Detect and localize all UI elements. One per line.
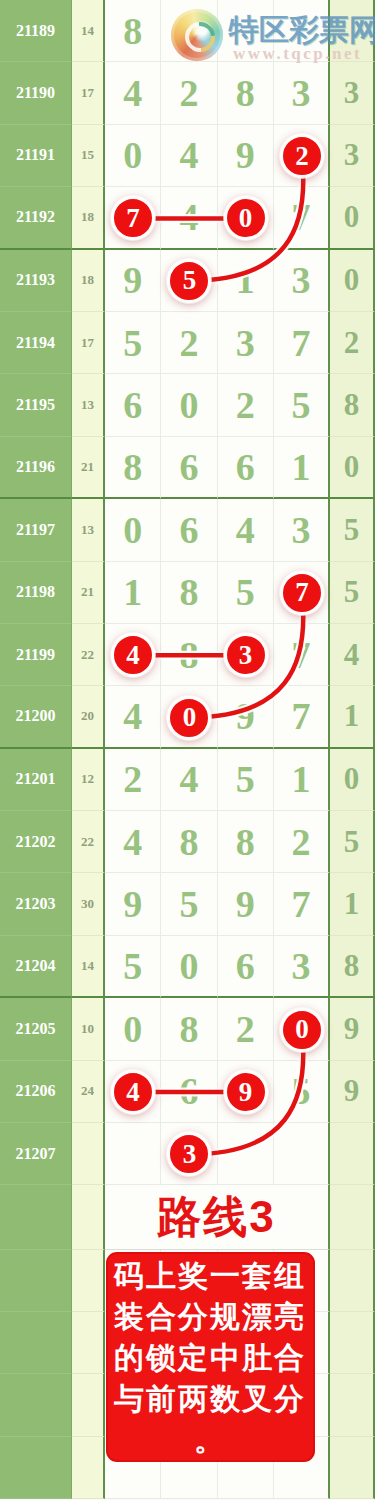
tail-cell: 9 [330, 998, 375, 1060]
digit-cell: 7 [274, 873, 330, 935]
count-cell: 13 [72, 374, 105, 436]
count-cell: 17 [72, 312, 105, 374]
tail-cell: 9 [330, 1061, 375, 1123]
digit-cell: 8 [161, 624, 217, 686]
issue-cell: 21196 [0, 437, 72, 499]
digit-cell: 1 [105, 562, 161, 624]
digit-cell: 2 [218, 374, 274, 436]
digit-cell: 4 [161, 749, 217, 811]
digit-cell: 4 [105, 62, 161, 124]
digit-cell: 8 [105, 0, 161, 62]
digit-cell: 2 [161, 312, 217, 374]
count-cell: 21 [72, 437, 105, 499]
digit-cell: 2 [218, 998, 274, 1060]
digit-cell: 6 [161, 1061, 217, 1123]
circle-marker: 4 [111, 633, 155, 677]
digit-cell: 3 [218, 312, 274, 374]
tail-cell: 0 [330, 250, 375, 312]
circle-marker: 2 [280, 134, 324, 178]
digit-cell: 9 [218, 686, 274, 748]
digit-cell [274, 0, 330, 62]
note-box: 码上奖一套组 装合分规漂亮 的锁定中肚合 与前两数叉分 。 [106, 1252, 315, 1462]
digit-cell: 3 [274, 936, 330, 998]
digit-cell: 0 [105, 125, 161, 187]
digit-cell: 6 [105, 374, 161, 436]
digit-cell: 5 [218, 562, 274, 624]
digit-cell: 5 [105, 936, 161, 998]
digit-cell: 8 [218, 62, 274, 124]
digit-cell: 4 [161, 187, 217, 249]
count-cell: 20 [72, 686, 105, 748]
count-cell: 12 [72, 749, 105, 811]
circle-marker: 3 [224, 633, 268, 677]
issue-cell: 21204 [0, 936, 72, 998]
count-cell: 17 [72, 62, 105, 124]
tail-cell [330, 1123, 375, 1185]
digit-cell: 5 [274, 1061, 330, 1123]
digit-cell: 3 [274, 250, 330, 312]
note-line: 。 [194, 1419, 226, 1460]
digit-cell: 0 [161, 936, 217, 998]
digit-cell: 9 [105, 873, 161, 935]
lottery-trend-chart: 2118914821190174283321191150492321192187… [0, 0, 375, 1500]
issue-cell [0, 1374, 72, 1436]
tail-cell [330, 1312, 375, 1374]
tail-cell: 8 [330, 936, 375, 998]
note-line: 装合分规漂亮 [114, 1296, 306, 1337]
digit-cell: 6 [161, 499, 217, 561]
digit-cell: 0 [161, 374, 217, 436]
issue-cell [0, 1437, 72, 1499]
tail-cell [330, 1437, 375, 1499]
issue-cell: 21192 [0, 187, 72, 249]
circle-marker: 9 [224, 1070, 268, 1114]
digit-cell: 6 [218, 437, 274, 499]
issue-cell: 21206 [0, 1061, 72, 1123]
issue-cell: 21193 [0, 250, 72, 312]
digit-cell: 2 [161, 62, 217, 124]
issue-cell: 21190 [0, 62, 72, 124]
issue-cell: 21189 [0, 0, 72, 62]
count-cell: 18 [72, 250, 105, 312]
note-line: 与前两数叉分 [114, 1378, 306, 1419]
count-cell: 10 [72, 998, 105, 1060]
digit-cell: 5 [274, 374, 330, 436]
note-line: 码上奖一套组 [114, 1255, 306, 1296]
circle-marker: 5 [167, 259, 211, 303]
tail-cell: 4 [330, 624, 375, 686]
digit-cell: 9 [218, 125, 274, 187]
issue-cell: 21191 [0, 125, 72, 187]
tail-cell: 5 [330, 562, 375, 624]
digit-cell: 4 [105, 811, 161, 873]
digit-cell: 2 [105, 749, 161, 811]
tail-cell [330, 1185, 375, 1249]
count-cell: 30 [72, 873, 105, 935]
count-cell [72, 1312, 105, 1374]
digit-cell: 4 [105, 686, 161, 748]
count-cell [72, 1123, 105, 1185]
digit-cell: 1 [274, 749, 330, 811]
count-cell: 22 [72, 624, 105, 686]
issue-cell: 21198 [0, 562, 72, 624]
tail-cell: 8 [330, 374, 375, 436]
tail-cell: 0 [330, 749, 375, 811]
digit-cell: 8 [161, 998, 217, 1060]
circle-marker: 0 [224, 196, 268, 240]
issue-cell [0, 1250, 72, 1312]
digit-cell: 1 [274, 437, 330, 499]
issue-cell: 21207 [0, 1123, 72, 1185]
digit-cell [218, 0, 274, 62]
digit-cell: 5 [218, 749, 274, 811]
count-cell: 14 [72, 936, 105, 998]
issue-cell [0, 1185, 72, 1249]
count-cell [72, 1437, 105, 1499]
note-line: 的锁定中肚合 [114, 1337, 306, 1378]
digit-cell: 5 [105, 312, 161, 374]
digit-cell: 2 [274, 811, 330, 873]
digit-cell: 3 [274, 62, 330, 124]
digit-cell: 9 [218, 873, 274, 935]
route-label: 路线3 [105, 1185, 330, 1249]
tail-cell: 5 [330, 499, 375, 561]
digit-cell: 6 [161, 437, 217, 499]
tail-cell: 2 [330, 312, 375, 374]
issue-cell: 21205 [0, 998, 72, 1060]
tail-cell: 3 [330, 62, 375, 124]
issue-cell: 21197 [0, 499, 72, 561]
issue-cell: 21201 [0, 749, 72, 811]
issue-cell: 21194 [0, 312, 72, 374]
digit-cell: 1 [218, 250, 274, 312]
digit-cell: 4 [161, 125, 217, 187]
digit-cell [274, 1123, 330, 1185]
tail-cell: 1 [330, 873, 375, 935]
digit-cell: 0 [105, 499, 161, 561]
tail-cell [330, 1374, 375, 1436]
digit-cell [105, 1123, 161, 1185]
digit-cell: 7 [274, 312, 330, 374]
tail-cell: 5 [330, 811, 375, 873]
tail-cell: 0 [330, 437, 375, 499]
count-cell [72, 1250, 105, 1312]
digit-cell: 7 [274, 624, 330, 686]
tail-cell [330, 0, 375, 62]
digit-cell: 7 [274, 686, 330, 748]
issue-cell: 21199 [0, 624, 72, 686]
count-cell [72, 1374, 105, 1436]
count-cell: 22 [72, 811, 105, 873]
digit-cell: 4 [218, 499, 274, 561]
count-cell [72, 1185, 105, 1249]
issue-cell: 21202 [0, 811, 72, 873]
count-cell: 24 [72, 1061, 105, 1123]
digit-cell: 3 [274, 499, 330, 561]
digit-cell: 8 [161, 562, 217, 624]
count-cell: 15 [72, 125, 105, 187]
issue-cell: 21203 [0, 873, 72, 935]
digit-cell: 0 [105, 998, 161, 1060]
circle-marker: 4 [111, 1070, 155, 1114]
digit-cell: 5 [161, 873, 217, 935]
count-cell: 21 [72, 562, 105, 624]
circle-marker: 0 [167, 696, 211, 740]
digit-cell: 7 [274, 187, 330, 249]
circle-marker: 7 [280, 571, 324, 615]
count-cell: 18 [72, 187, 105, 249]
tail-cell: 3 [330, 125, 375, 187]
issue-cell [0, 1312, 72, 1374]
tail-cell: 0 [330, 187, 375, 249]
count-cell: 13 [72, 499, 105, 561]
issue-cell: 21200 [0, 686, 72, 748]
digit-cell: 6 [218, 936, 274, 998]
digit-cell: 9 [105, 250, 161, 312]
digit-cell: 8 [105, 437, 161, 499]
circle-marker: 0 [280, 1008, 324, 1052]
tail-cell [330, 1250, 375, 1312]
tail-cell: 1 [330, 686, 375, 748]
digit-cell [218, 1123, 274, 1185]
issue-cell: 21195 [0, 374, 72, 436]
count-cell: 14 [72, 0, 105, 62]
digit-cell: 8 [218, 811, 274, 873]
digit-cell: 8 [161, 811, 217, 873]
digit-cell [161, 0, 217, 62]
